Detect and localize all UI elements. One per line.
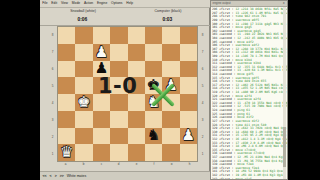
board-square-f6[interactable] <box>145 61 162 78</box>
board-square-c5[interactable] <box>93 77 110 94</box>
file-label: f <box>145 162 163 170</box>
board-square-d6[interactable] <box>110 61 127 78</box>
board-square-g5[interactable]: ♟ <box>162 77 179 94</box>
board-square-b2[interactable] <box>75 128 92 145</box>
board-square-f4[interactable]: ♞ <box>145 94 162 111</box>
white-king-piece: ♚ <box>77 95 90 110</box>
board-square-b5[interactable] <box>75 77 92 94</box>
rank-label: 3 <box>50 111 56 128</box>
rank-label: 1 <box>200 145 206 162</box>
board-square-d7[interactable] <box>110 44 127 61</box>
playback-button[interactable]: > <box>55 174 57 178</box>
rank-label: 2 <box>50 128 56 145</box>
board-square-a4[interactable] <box>58 94 75 111</box>
rank-label: 8 <box>50 26 56 43</box>
status-bar: <<<>>>White mates <box>40 171 210 180</box>
white-pawn-piece: ♟ <box>182 128 195 143</box>
board-square-h2[interactable]: ♟ <box>180 128 197 145</box>
rank-label: 4 <box>50 94 56 111</box>
rank-label: 7 <box>200 43 206 60</box>
rank-label: 6 <box>50 60 56 77</box>
board-square-e5[interactable] <box>128 77 145 94</box>
board-square-a7[interactable] <box>58 44 75 61</box>
board-square-a8[interactable] <box>58 27 75 44</box>
white-knight-piece: ♞ <box>147 95 160 110</box>
black-clock: Computer (black) 0:03 <box>125 7 210 25</box>
menu-item-action[interactable]: Action <box>84 2 93 5</box>
board-square-g2[interactable] <box>162 128 179 145</box>
console-scrollbar[interactable] <box>283 7 286 179</box>
board-square-e6[interactable] <box>128 61 145 78</box>
file-label: g <box>163 162 181 170</box>
black-king-piece: ♚ <box>147 78 160 93</box>
board-square-a2[interactable] <box>58 128 75 145</box>
rank-labels-left: 87654321 <box>50 26 56 162</box>
console-title: engine output <box>213 1 231 6</box>
board-square-c3[interactable] <box>93 111 110 128</box>
board-square-c1[interactable] <box>93 144 110 161</box>
board-square-c8[interactable] <box>93 27 110 44</box>
scrollbar-thumb[interactable] <box>283 127 286 167</box>
rank-label: 5 <box>50 77 56 94</box>
clock-area: Snowball (white) 0:06 Computer (black) 0… <box>40 7 210 25</box>
xboard-window: FileEditViewModeActionEngineOptionsHelp … <box>40 0 210 180</box>
board-square-b3[interactable] <box>75 111 92 128</box>
file-label: d <box>110 162 128 170</box>
rank-label: 6 <box>200 60 206 77</box>
board-square-h5[interactable] <box>180 77 197 94</box>
file-labels: abcdefgh <box>57 162 198 170</box>
board-square-a5[interactable] <box>58 77 75 94</box>
console-log: 296 <first : 12 +214 38 864k Nf4+ Ke5 Nd… <box>212 7 288 180</box>
white-clock-time: 0:06 <box>40 15 125 23</box>
playback-button[interactable]: < <box>50 174 52 178</box>
chess-board[interactable]: ♟♟♚♟♚♞♞♟♛ <box>57 26 198 162</box>
playback-button[interactable]: >> <box>60 174 64 178</box>
board-square-e1[interactable] <box>128 144 145 161</box>
status-text: White mates <box>67 174 86 178</box>
black-player-name: Computer (black) <box>125 7 210 14</box>
board-square-f3[interactable] <box>145 111 162 128</box>
board-square-h6[interactable] <box>180 61 197 78</box>
board-square-g8[interactable] <box>162 27 179 44</box>
board-square-h4[interactable] <box>180 94 197 111</box>
menu-item-options[interactable]: Options <box>111 2 122 5</box>
white-queen-piece: ♛ <box>60 145 73 160</box>
console-window: engine output x 296 <first : 12 +214 38 … <box>210 0 288 180</box>
board-square-a1[interactable]: ♛ <box>58 144 75 161</box>
rank-label: 8 <box>200 26 206 43</box>
rank-label: 3 <box>200 111 206 128</box>
board-square-b6[interactable] <box>75 61 92 78</box>
board-square-d3[interactable] <box>110 111 127 128</box>
board-square-g4[interactable] <box>162 94 179 111</box>
board-square-a6[interactable] <box>58 61 75 78</box>
desktop: FileEditViewModeActionEngineOptionsHelp … <box>0 0 320 180</box>
menu-item-edit[interactable]: Edit <box>51 2 57 5</box>
rank-label: 4 <box>200 94 206 111</box>
board-square-b8[interactable] <box>75 27 92 44</box>
rank-label: 1 <box>50 145 56 162</box>
board-square-f7[interactable] <box>145 44 162 61</box>
board-square-g3[interactable] <box>162 111 179 128</box>
board-square-c4[interactable] <box>93 94 110 111</box>
playback-button[interactable]: << <box>43 174 47 178</box>
rank-label: 5 <box>200 77 206 94</box>
white-pawn-piece: ♟ <box>164 78 177 93</box>
menu-item-help[interactable]: Help <box>126 2 133 5</box>
black-clock-time: 0:03 <box>125 15 210 23</box>
board-square-g6[interactable] <box>162 61 179 78</box>
board-square-c6[interactable]: ♟ <box>93 61 110 78</box>
board-square-h3[interactable] <box>180 111 197 128</box>
menu-item-file[interactable]: File <box>42 2 47 5</box>
file-label: c <box>92 162 110 170</box>
board-square-f1[interactable] <box>145 144 162 161</box>
board-square-b4[interactable]: ♚ <box>75 94 92 111</box>
board-square-f5[interactable]: ♚ <box>145 77 162 94</box>
board-square-g7[interactable] <box>162 44 179 61</box>
white-player-name: Snowball (white) <box>40 7 125 14</box>
board-square-g1[interactable] <box>162 144 179 161</box>
white-pawn-piece: ♟ <box>95 45 108 60</box>
board-square-e8[interactable] <box>128 27 145 44</box>
board-square-b7[interactable] <box>75 44 92 61</box>
rank-label: 7 <box>50 43 56 60</box>
file-label: b <box>75 162 93 170</box>
board-square-a3[interactable] <box>58 111 75 128</box>
rank-labels-right: 87654321 <box>200 26 206 162</box>
board-square-e4[interactable] <box>128 94 145 111</box>
board-square-h7[interactable] <box>180 44 197 61</box>
board-square-h1[interactable] <box>180 144 197 161</box>
console-line: 343 <first : move a1a5 <box>212 176 288 180</box>
close-icon[interactable]: x <box>283 1 285 6</box>
board-square-d2[interactable] <box>110 128 127 145</box>
board-square-e2[interactable] <box>128 128 145 145</box>
board-square-b1[interactable] <box>75 144 92 161</box>
black-pawn-piece: ♟ <box>95 61 108 76</box>
board-square-f8[interactable] <box>145 27 162 44</box>
white-clock: Snowball (white) 0:06 <box>40 7 125 25</box>
file-label: e <box>128 162 146 170</box>
file-label: h <box>180 162 198 170</box>
board-square-h8[interactable] <box>180 27 197 44</box>
menu-item-mode[interactable]: Mode <box>72 2 80 5</box>
file-label: a <box>57 162 75 170</box>
menu-item-engine[interactable]: Engine <box>97 2 107 5</box>
black-knight-piece: ♞ <box>147 128 160 143</box>
board-square-e3[interactable] <box>128 111 145 128</box>
board-square-c2[interactable] <box>93 128 110 145</box>
board-square-d8[interactable] <box>110 27 127 44</box>
board-square-c7[interactable]: ♟ <box>93 44 110 61</box>
board-square-d5[interactable] <box>110 77 127 94</box>
board-square-d4[interactable] <box>110 94 127 111</box>
menu-item-view[interactable]: View <box>61 2 68 5</box>
board-square-f2[interactable]: ♞ <box>145 128 162 145</box>
rank-label: 2 <box>200 128 206 145</box>
board-square-e7[interactable] <box>128 44 145 61</box>
board-square-d1[interactable] <box>110 144 127 161</box>
